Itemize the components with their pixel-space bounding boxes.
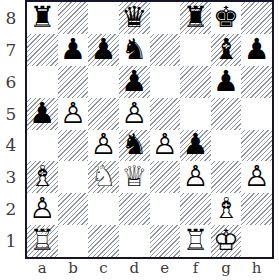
square-b2[interactable] bbox=[58, 193, 89, 225]
square-e2[interactable] bbox=[150, 193, 181, 225]
piece-glyph: ♞ bbox=[121, 130, 147, 159]
piece-black-knight[interactable]: ♞ bbox=[119, 34, 150, 66]
piece-outline-layer: ♕ bbox=[121, 162, 147, 191]
square-f2[interactable] bbox=[180, 193, 211, 225]
piece-glyph: ♟ bbox=[121, 67, 147, 96]
piece-white-knight[interactable]: ♞♘ bbox=[88, 161, 119, 193]
square-d4[interactable]: ♞ bbox=[119, 130, 150, 162]
rank-label-2: 2 bbox=[0, 199, 22, 219]
file-label-a: a bbox=[32, 259, 52, 277]
square-b8[interactable] bbox=[58, 2, 89, 34]
piece-white-bishop[interactable]: ♝♗ bbox=[211, 193, 242, 225]
file-label-e: e bbox=[155, 259, 175, 277]
square-g2[interactable]: ♝♗ bbox=[211, 193, 242, 225]
square-c1[interactable] bbox=[88, 225, 119, 257]
piece-white-pawn[interactable]: ♟♙ bbox=[150, 130, 181, 162]
piece-outline-layer: ♘ bbox=[91, 162, 117, 191]
square-h3[interactable]: ♟♙ bbox=[241, 161, 272, 193]
square-d1[interactable] bbox=[119, 225, 150, 257]
chess-diagram: ♜♛♜♚♟♟♞♝♟♟♟♟♟♙♟♙♟♙♞♟♙♟♝♗♞♘♛♕♟♙♟♙♟♙♝♗♜♖♜♖… bbox=[0, 0, 279, 280]
square-b7[interactable]: ♟ bbox=[58, 34, 89, 66]
square-c7[interactable]: ♟ bbox=[88, 34, 119, 66]
square-g7[interactable]: ♝ bbox=[211, 34, 242, 66]
piece-white-pawn[interactable]: ♟♙ bbox=[88, 130, 119, 162]
square-d5[interactable]: ♟♙ bbox=[119, 98, 150, 130]
square-c4[interactable]: ♟♙ bbox=[88, 130, 119, 162]
rank-label-1: 1 bbox=[0, 231, 22, 251]
piece-outline-layer: ♗ bbox=[29, 162, 55, 191]
square-a8[interactable]: ♜ bbox=[27, 2, 58, 34]
piece-black-rook[interactable]: ♜ bbox=[27, 2, 58, 34]
square-d2[interactable] bbox=[119, 193, 150, 225]
piece-glyph: ♟ bbox=[244, 35, 270, 64]
piece-black-king[interactable]: ♚ bbox=[211, 2, 242, 34]
piece-white-rook[interactable]: ♜♖ bbox=[180, 225, 211, 257]
piece-glyph: ♚ bbox=[213, 3, 239, 32]
piece-white-pawn[interactable]: ♟♙ bbox=[180, 161, 211, 193]
square-e3[interactable] bbox=[150, 161, 181, 193]
piece-outline-layer: ♙ bbox=[121, 98, 147, 127]
piece-glyph: ♟ bbox=[60, 35, 86, 64]
piece-outline-layer: ♙ bbox=[91, 130, 117, 159]
piece-outline-layer: ♙ bbox=[60, 98, 86, 127]
square-g6[interactable]: ♟ bbox=[211, 66, 242, 98]
square-a7[interactable] bbox=[27, 34, 58, 66]
square-c6[interactable] bbox=[88, 66, 119, 98]
piece-glyph: ♟ bbox=[182, 130, 208, 159]
file-label-c: c bbox=[94, 259, 114, 277]
piece-outline-layer: ♙ bbox=[152, 130, 178, 159]
square-a1[interactable]: ♜♖ bbox=[27, 225, 58, 257]
square-f5[interactable] bbox=[180, 98, 211, 130]
square-d6[interactable]: ♟ bbox=[119, 66, 150, 98]
square-a2[interactable]: ♟♙ bbox=[27, 193, 58, 225]
piece-white-rook[interactable]: ♜♖ bbox=[27, 225, 58, 257]
square-h5[interactable] bbox=[241, 98, 272, 130]
piece-black-pawn[interactable]: ♟ bbox=[211, 66, 242, 98]
piece-glyph: ♝ bbox=[213, 35, 239, 64]
square-d3[interactable]: ♛♕ bbox=[119, 161, 150, 193]
piece-outline-layer: ♖ bbox=[182, 226, 208, 255]
rank-label-7: 7 bbox=[0, 40, 22, 60]
square-g8[interactable]: ♚ bbox=[211, 2, 242, 34]
square-f3[interactable]: ♟♙ bbox=[180, 161, 211, 193]
piece-outline-layer: ♙ bbox=[29, 194, 55, 223]
file-label-h: h bbox=[247, 259, 267, 277]
square-a4[interactable] bbox=[27, 130, 58, 162]
piece-black-pawn[interactable]: ♟ bbox=[180, 130, 211, 162]
square-c8[interactable] bbox=[88, 2, 119, 34]
square-a3[interactable]: ♝♗ bbox=[27, 161, 58, 193]
square-h4[interactable] bbox=[241, 130, 272, 162]
piece-black-pawn[interactable]: ♟ bbox=[88, 34, 119, 66]
square-h6[interactable] bbox=[241, 66, 272, 98]
piece-glyph: ♜ bbox=[29, 3, 55, 32]
rank-label-6: 6 bbox=[0, 72, 22, 92]
piece-white-pawn[interactable]: ♟♙ bbox=[241, 161, 272, 193]
square-f4[interactable]: ♟ bbox=[180, 130, 211, 162]
chess-board: ♜♛♜♚♟♟♞♝♟♟♟♟♟♙♟♙♟♙♞♟♙♟♝♗♞♘♛♕♟♙♟♙♟♙♝♗♜♖♜♖… bbox=[25, 0, 274, 259]
piece-white-bishop[interactable]: ♝♗ bbox=[27, 161, 58, 193]
square-h7[interactable]: ♟ bbox=[241, 34, 272, 66]
square-g4[interactable] bbox=[211, 130, 242, 162]
square-a6[interactable] bbox=[27, 66, 58, 98]
piece-black-bishop[interactable]: ♝ bbox=[211, 34, 242, 66]
square-b6[interactable] bbox=[58, 66, 89, 98]
piece-glyph: ♛ bbox=[121, 3, 147, 32]
piece-white-pawn[interactable]: ♟♙ bbox=[27, 193, 58, 225]
square-g1[interactable]: ♚♔ bbox=[211, 225, 242, 257]
piece-glyph: ♟ bbox=[91, 35, 117, 64]
piece-black-pawn[interactable]: ♟ bbox=[58, 34, 89, 66]
piece-white-pawn[interactable]: ♟♙ bbox=[119, 98, 150, 130]
square-e8[interactable] bbox=[150, 2, 181, 34]
square-b4[interactable] bbox=[58, 130, 89, 162]
piece-glyph: ♜ bbox=[182, 3, 208, 32]
square-h8[interactable] bbox=[241, 2, 272, 34]
file-label-f: f bbox=[185, 259, 205, 277]
square-e6[interactable] bbox=[150, 66, 181, 98]
square-g3[interactable] bbox=[211, 161, 242, 193]
square-e7[interactable] bbox=[150, 34, 181, 66]
piece-outline-layer: ♖ bbox=[29, 226, 55, 255]
file-label-b: b bbox=[63, 259, 83, 277]
square-e1[interactable] bbox=[150, 225, 181, 257]
square-b1[interactable] bbox=[58, 225, 89, 257]
file-label-d: d bbox=[124, 259, 144, 277]
rank-label-3: 3 bbox=[0, 167, 22, 187]
rank-label-4: 4 bbox=[0, 135, 22, 155]
piece-outline-layer: ♔ bbox=[213, 226, 239, 255]
square-c3[interactable]: ♞♘ bbox=[88, 161, 119, 193]
square-d8[interactable]: ♛ bbox=[119, 2, 150, 34]
square-d7[interactable]: ♞ bbox=[119, 34, 150, 66]
square-g5[interactable] bbox=[211, 98, 242, 130]
square-c5[interactable] bbox=[88, 98, 119, 130]
piece-black-pawn[interactable]: ♟ bbox=[27, 98, 58, 130]
piece-white-king[interactable]: ♚♔ bbox=[211, 225, 242, 257]
piece-outline-layer: ♗ bbox=[213, 194, 239, 223]
square-f6[interactable] bbox=[180, 66, 211, 98]
piece-glyph: ♞ bbox=[121, 35, 147, 64]
piece-outline-layer: ♙ bbox=[244, 162, 270, 191]
square-f7[interactable] bbox=[180, 34, 211, 66]
rank-label-8: 8 bbox=[0, 8, 22, 28]
piece-black-queen[interactable]: ♛ bbox=[119, 2, 150, 34]
piece-outline-layer: ♙ bbox=[182, 162, 208, 191]
piece-white-pawn[interactable]: ♟♙ bbox=[58, 98, 89, 130]
square-f8[interactable]: ♜ bbox=[180, 2, 211, 34]
piece-black-rook[interactable]: ♜ bbox=[180, 2, 211, 34]
square-f1[interactable]: ♜♖ bbox=[180, 225, 211, 257]
piece-glyph: ♟ bbox=[29, 98, 55, 127]
square-e4[interactable]: ♟♙ bbox=[150, 130, 181, 162]
square-a5[interactable]: ♟ bbox=[27, 98, 58, 130]
square-h2[interactable] bbox=[241, 193, 272, 225]
square-b5[interactable]: ♟♙ bbox=[58, 98, 89, 130]
rank-label-5: 5 bbox=[0, 104, 22, 124]
piece-black-pawn[interactable]: ♟ bbox=[119, 66, 150, 98]
square-h1[interactable] bbox=[241, 225, 272, 257]
piece-black-pawn[interactable]: ♟ bbox=[241, 34, 272, 66]
square-b3[interactable] bbox=[58, 161, 89, 193]
piece-black-knight[interactable]: ♞ bbox=[119, 130, 150, 162]
square-c2[interactable] bbox=[88, 193, 119, 225]
piece-glyph: ♟ bbox=[213, 67, 239, 96]
piece-white-queen[interactable]: ♛♕ bbox=[119, 161, 150, 193]
square-e5[interactable] bbox=[150, 98, 181, 130]
file-label-g: g bbox=[216, 259, 236, 277]
